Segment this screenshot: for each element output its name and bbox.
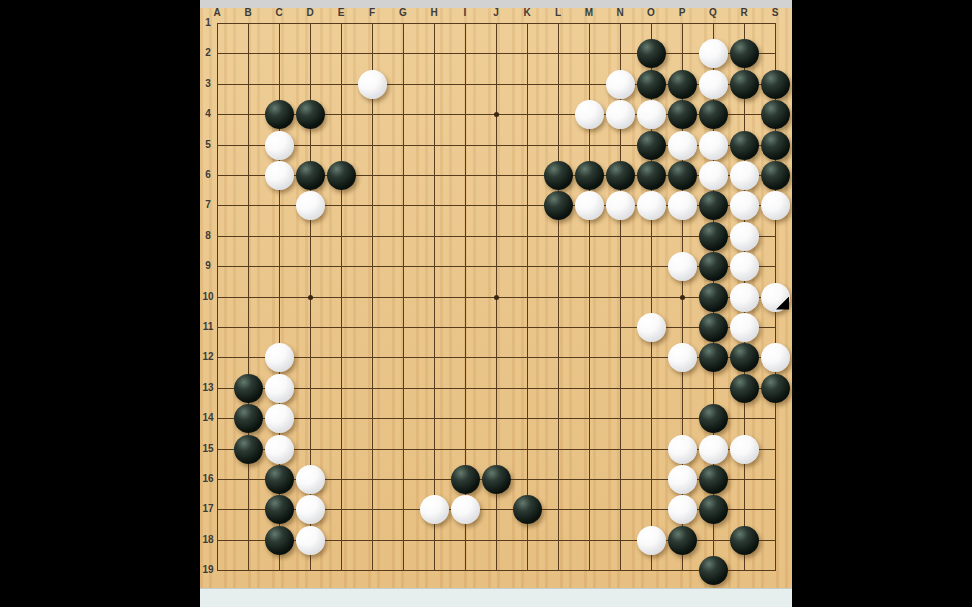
row-label: 17 bbox=[202, 504, 213, 514]
stone-black bbox=[730, 374, 759, 403]
column-label: Q bbox=[709, 8, 717, 18]
row-label: 12 bbox=[202, 352, 213, 362]
stone-black bbox=[699, 191, 728, 220]
row-label: 18 bbox=[202, 535, 213, 545]
column-label: S bbox=[772, 8, 779, 18]
stone-white bbox=[730, 222, 759, 251]
row-label: 15 bbox=[202, 444, 213, 454]
stone-white bbox=[668, 252, 697, 281]
row-label: 9 bbox=[205, 261, 211, 271]
grid-line bbox=[217, 327, 776, 328]
stone-white bbox=[730, 161, 759, 190]
stone-white bbox=[668, 435, 697, 464]
last-move-marker bbox=[776, 297, 789, 310]
stone-black bbox=[544, 161, 573, 190]
stone-white bbox=[637, 100, 666, 129]
stone-white bbox=[606, 100, 635, 129]
row-label: 10 bbox=[202, 292, 213, 302]
stone-black bbox=[699, 343, 728, 372]
column-label: B bbox=[244, 8, 251, 18]
stone-white bbox=[637, 526, 666, 555]
stone-black bbox=[637, 161, 666, 190]
stone-white bbox=[637, 313, 666, 342]
column-label: C bbox=[275, 8, 282, 18]
grid-line bbox=[217, 570, 776, 571]
stone-black bbox=[730, 70, 759, 99]
stone-black bbox=[451, 465, 480, 494]
column-label: P bbox=[679, 8, 686, 18]
stone-black bbox=[699, 283, 728, 312]
stone-white bbox=[265, 374, 294, 403]
row-label: 2 bbox=[205, 48, 211, 58]
stone-white bbox=[265, 131, 294, 160]
stone-white bbox=[730, 435, 759, 464]
stone-white bbox=[265, 161, 294, 190]
stone-black bbox=[265, 495, 294, 524]
row-label: 11 bbox=[203, 322, 214, 332]
window-bottom-strip bbox=[200, 588, 792, 607]
column-label: R bbox=[740, 8, 747, 18]
stone-black bbox=[668, 70, 697, 99]
stone-black bbox=[668, 526, 697, 555]
stone-black bbox=[296, 100, 325, 129]
stone-black bbox=[699, 556, 728, 585]
stone-black bbox=[637, 39, 666, 68]
stone-white bbox=[265, 404, 294, 433]
stone-white bbox=[668, 191, 697, 220]
stone-white bbox=[730, 313, 759, 342]
row-label: 14 bbox=[202, 413, 213, 423]
row-label: 8 bbox=[205, 231, 211, 241]
stone-black bbox=[761, 70, 790, 99]
stone-white bbox=[730, 191, 759, 220]
column-label: J bbox=[493, 8, 499, 18]
column-label: O bbox=[647, 8, 655, 18]
stone-white bbox=[730, 283, 759, 312]
stone-black bbox=[513, 495, 542, 524]
stone-white bbox=[358, 70, 387, 99]
stone-white bbox=[606, 191, 635, 220]
stone-white bbox=[668, 131, 697, 160]
stone-black bbox=[637, 131, 666, 160]
stone-white bbox=[265, 343, 294, 372]
stone-white bbox=[761, 283, 790, 312]
go-board[interactable]: ABCDEFGHIJKLMNOPQRS123456789101112131415… bbox=[200, 8, 792, 588]
stone-black bbox=[761, 374, 790, 403]
star-point bbox=[494, 295, 499, 300]
stone-white bbox=[296, 526, 325, 555]
column-label: D bbox=[306, 8, 313, 18]
stone-black bbox=[730, 131, 759, 160]
stone-black bbox=[730, 343, 759, 372]
stone-black bbox=[699, 222, 728, 251]
stone-black bbox=[699, 465, 728, 494]
stone-white bbox=[699, 39, 728, 68]
stone-white bbox=[699, 131, 728, 160]
stone-black bbox=[730, 526, 759, 555]
column-label: A bbox=[213, 8, 220, 18]
stone-black bbox=[606, 161, 635, 190]
column-label: I bbox=[464, 8, 467, 18]
go-app-window: ABCDEFGHIJKLMNOPQRS123456789101112131415… bbox=[200, 0, 792, 607]
stone-black bbox=[761, 161, 790, 190]
stone-white bbox=[265, 435, 294, 464]
stone-black bbox=[699, 100, 728, 129]
stone-white bbox=[575, 100, 604, 129]
row-label: 5 bbox=[205, 140, 211, 150]
column-label: F bbox=[369, 8, 375, 18]
stone-black bbox=[761, 131, 790, 160]
stone-white bbox=[296, 191, 325, 220]
column-label: H bbox=[430, 8, 437, 18]
row-label: 13 bbox=[202, 383, 213, 393]
star-point bbox=[308, 295, 313, 300]
stone-white bbox=[420, 495, 449, 524]
stone-black bbox=[544, 191, 573, 220]
row-label: 16 bbox=[202, 474, 213, 484]
grid-line bbox=[217, 53, 776, 54]
stone-black bbox=[668, 100, 697, 129]
stone-black bbox=[265, 526, 294, 555]
grid-line bbox=[217, 388, 776, 389]
stone-black bbox=[637, 70, 666, 99]
stone-white bbox=[296, 465, 325, 494]
column-label: M bbox=[585, 8, 593, 18]
stone-white bbox=[761, 191, 790, 220]
stone-white bbox=[730, 252, 759, 281]
stone-white bbox=[668, 343, 697, 372]
grid-line bbox=[217, 23, 776, 24]
stone-black bbox=[699, 495, 728, 524]
stone-black bbox=[699, 252, 728, 281]
stone-black bbox=[730, 39, 759, 68]
column-label: L bbox=[555, 8, 561, 18]
stone-black bbox=[575, 161, 604, 190]
grid-line bbox=[217, 418, 776, 419]
row-label: 1 bbox=[205, 18, 211, 28]
stone-black bbox=[265, 465, 294, 494]
column-label: N bbox=[616, 8, 623, 18]
stone-black bbox=[699, 404, 728, 433]
stone-white bbox=[296, 495, 325, 524]
row-label: 3 bbox=[205, 79, 211, 89]
row-label: 6 bbox=[205, 170, 211, 180]
star-point bbox=[680, 295, 685, 300]
stone-black bbox=[761, 100, 790, 129]
stone-white bbox=[699, 161, 728, 190]
stone-black bbox=[234, 404, 263, 433]
grid-line bbox=[217, 236, 776, 237]
row-label: 4 bbox=[205, 109, 211, 119]
stone-black bbox=[296, 161, 325, 190]
stone-black bbox=[265, 100, 294, 129]
stone-white bbox=[575, 191, 604, 220]
stone-white bbox=[761, 343, 790, 372]
stone-black bbox=[234, 435, 263, 464]
column-label: E bbox=[338, 8, 345, 18]
row-label: 19 bbox=[202, 565, 213, 575]
stone-white bbox=[699, 70, 728, 99]
stone-white bbox=[668, 465, 697, 494]
star-point bbox=[494, 112, 499, 117]
stone-black bbox=[668, 161, 697, 190]
stone-black bbox=[482, 465, 511, 494]
stone-white bbox=[606, 70, 635, 99]
stone-white bbox=[668, 495, 697, 524]
stone-white bbox=[451, 495, 480, 524]
column-label: K bbox=[523, 8, 530, 18]
stone-black bbox=[699, 313, 728, 342]
stone-black bbox=[234, 374, 263, 403]
stone-black bbox=[327, 161, 356, 190]
stone-white bbox=[637, 191, 666, 220]
stone-white bbox=[699, 435, 728, 464]
column-label: G bbox=[399, 8, 407, 18]
row-label: 7 bbox=[205, 200, 211, 210]
